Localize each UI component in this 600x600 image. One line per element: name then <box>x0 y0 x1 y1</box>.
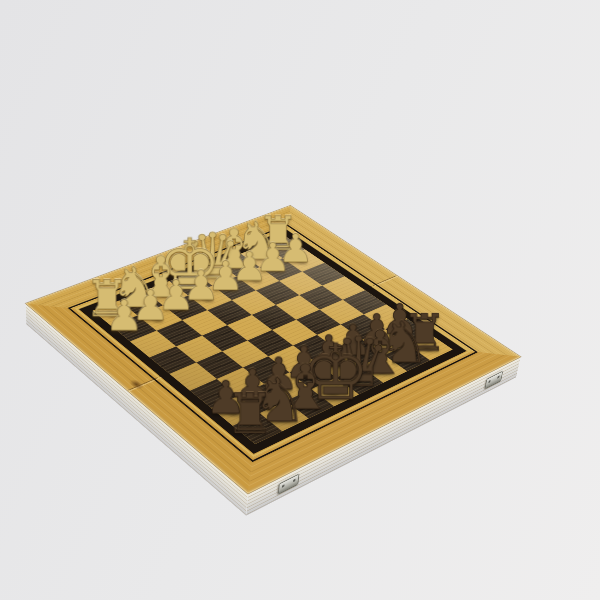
scene: ♜♟♟♜♞♟♟♞♝♟♟♝♛♟♟♛♚♟♟♚♝♟♟♝♞♟♟♞♜♟♟♜ <box>0 0 600 600</box>
screw-icon <box>497 375 500 378</box>
board-3d-stage: ♜♟♟♜♞♟♟♞♝♟♟♝♛♟♟♛♚♟♟♚♝♟♟♝♞♟♟♞♜♟♟♜ <box>0 0 600 600</box>
chess-board: ♜♟♟♜♞♟♟♞♝♟♟♝♛♟♟♛♚♟♟♚♝♟♟♝♞♟♟♞♜♟♟♜ <box>26 206 521 494</box>
screw-icon <box>293 479 296 483</box>
screw-icon <box>488 380 491 383</box>
screw-icon <box>282 484 285 488</box>
piece-white-pawn-h2: ♟ <box>105 298 143 334</box>
piece-black-rook-h8: ♜ <box>225 391 274 438</box>
